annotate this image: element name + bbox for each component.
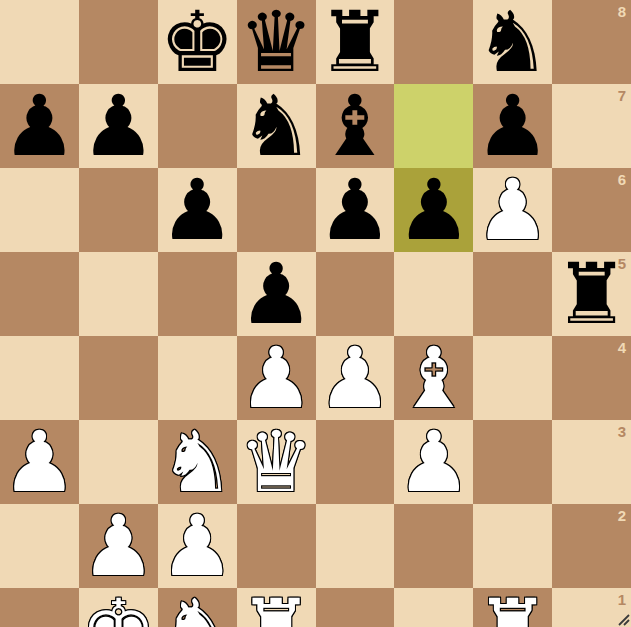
white-pawn[interactable]: ♟ [238,336,313,420]
square-b2[interactable]: ♟ [79,504,158,588]
black-king[interactable]: ♚ [160,0,235,84]
square-b4[interactable] [79,336,158,420]
square-f8[interactable] [394,0,473,84]
square-c5[interactable] [158,252,237,336]
square-a8[interactable] [0,0,79,84]
black-pawn[interactable]: ♟ [317,168,392,252]
square-h7[interactable]: 7 [552,84,631,168]
rank-label-8: 8 [618,4,626,19]
rank-label-2: 2 [618,508,626,523]
square-f7[interactable] [394,84,473,168]
white-pawn[interactable]: ♟ [2,420,77,504]
square-e2[interactable] [316,504,395,588]
white-knight[interactable]: ♞ [160,588,235,627]
square-f2[interactable] [394,504,473,588]
square-c1[interactable]: ♞c [158,588,237,627]
square-e8[interactable]: ♜ [316,0,395,84]
resize-diagonal-lines [614,610,630,626]
square-h3[interactable]: 3 [552,420,631,504]
square-g3[interactable] [473,420,552,504]
resize-handle-icon[interactable] [614,610,630,626]
square-a3[interactable]: ♟ [0,420,79,504]
square-c8[interactable]: ♚ [158,0,237,84]
white-queen[interactable]: ♛ [238,420,313,504]
square-d4[interactable]: ♟ [237,336,316,420]
square-b6[interactable] [79,168,158,252]
square-g4[interactable] [473,336,552,420]
black-pawn[interactable]: ♟ [81,84,156,168]
square-g2[interactable] [473,504,552,588]
square-d8[interactable]: ♛ [237,0,316,84]
square-d5[interactable]: ♟ [237,252,316,336]
white-pawn[interactable]: ♟ [475,168,550,252]
square-h6[interactable]: 6 [552,168,631,252]
square-h2[interactable]: 2 [552,504,631,588]
rank-label-4: 4 [618,340,626,355]
square-d3[interactable]: ♛ [237,420,316,504]
square-e6[interactable]: ♟ [316,168,395,252]
square-e4[interactable]: ♟ [316,336,395,420]
square-f1[interactable]: f [394,588,473,627]
black-bishop[interactable]: ♝ [317,84,392,168]
rank-label-7: 7 [618,88,626,103]
square-h5[interactable]: ♜5 [552,252,631,336]
black-queen[interactable]: ♛ [238,0,313,84]
square-c2[interactable]: ♟ [158,504,237,588]
black-pawn[interactable]: ♟ [396,168,471,252]
square-d7[interactable]: ♞ [237,84,316,168]
square-e5[interactable] [316,252,395,336]
black-pawn[interactable]: ♟ [160,168,235,252]
square-g1[interactable]: ♜g [473,588,552,627]
square-a2[interactable] [0,504,79,588]
square-c3[interactable]: ♞ [158,420,237,504]
square-a4[interactable] [0,336,79,420]
rank-label-6: 6 [618,172,626,187]
white-pawn[interactable]: ♟ [396,420,471,504]
square-e3[interactable] [316,420,395,504]
black-pawn[interactable]: ♟ [475,84,550,168]
square-d6[interactable] [237,168,316,252]
rank-label-3: 3 [618,424,626,439]
square-a6[interactable] [0,168,79,252]
black-knight[interactable]: ♞ [238,84,313,168]
square-g8[interactable]: ♞ [473,0,552,84]
square-f3[interactable]: ♟ [394,420,473,504]
square-a7[interactable]: ♟ [0,84,79,168]
rank-label-1: 1 [618,592,626,607]
white-rook[interactable]: ♜ [238,588,313,627]
white-bishop[interactable]: ♝ [396,336,471,420]
white-knight[interactable]: ♞ [160,420,235,504]
white-pawn[interactable]: ♟ [81,504,156,588]
square-a1[interactable]: a [0,588,79,627]
square-c4[interactable] [158,336,237,420]
chess-board: ♚♛♜♞8♟♟♞♝♟7♟♟♟♟6♟♜5♟♟♝4♟♞♛♟3♟♟2a♚b♞c♜def… [0,0,631,627]
black-rook[interactable]: ♜ [554,252,629,336]
square-g7[interactable]: ♟ [473,84,552,168]
square-b1[interactable]: ♚b [79,588,158,627]
black-pawn[interactable]: ♟ [238,252,313,336]
black-knight[interactable]: ♞ [475,0,550,84]
square-h4[interactable]: 4 [552,336,631,420]
square-c6[interactable]: ♟ [158,168,237,252]
square-f6[interactable]: ♟ [394,168,473,252]
square-b7[interactable]: ♟ [79,84,158,168]
white-rook[interactable]: ♜ [475,588,550,627]
square-g5[interactable] [473,252,552,336]
white-pawn[interactable]: ♟ [317,336,392,420]
square-f4[interactable]: ♝ [394,336,473,420]
square-d2[interactable] [237,504,316,588]
square-a5[interactable] [0,252,79,336]
square-c7[interactable] [158,84,237,168]
square-e1[interactable]: e [316,588,395,627]
black-rook[interactable]: ♜ [317,0,392,84]
square-g6[interactable]: ♟ [473,168,552,252]
square-b5[interactable] [79,252,158,336]
square-h8[interactable]: 8 [552,0,631,84]
square-e7[interactable]: ♝ [316,84,395,168]
black-pawn[interactable]: ♟ [2,84,77,168]
square-b8[interactable] [79,0,158,84]
white-king[interactable]: ♚ [81,588,156,627]
square-f5[interactable] [394,252,473,336]
white-pawn[interactable]: ♟ [160,504,235,588]
square-d1[interactable]: ♜d [237,588,316,627]
square-b3[interactable] [79,420,158,504]
